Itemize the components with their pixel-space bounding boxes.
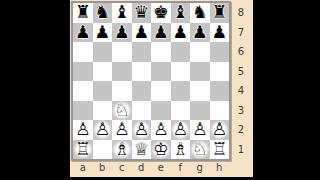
square-f8[interactable]: ♝ <box>171 3 191 23</box>
black-king-icon: ♚ <box>151 3 171 23</box>
square-g8[interactable]: ♞ <box>190 3 210 23</box>
white-knight-icon: ♘ <box>112 101 132 121</box>
file-label-g: g <box>190 160 210 175</box>
file-label-c: c <box>112 160 132 175</box>
square-d6[interactable] <box>132 42 152 62</box>
black-rook-icon: ♜ <box>73 3 93 23</box>
white-pawn-icon: ♙ <box>171 120 191 140</box>
square-g3[interactable] <box>190 101 210 121</box>
square-g2[interactable]: ♙ <box>190 120 210 140</box>
square-b1[interactable] <box>93 140 113 160</box>
black-pawn-icon: ♟ <box>171 23 191 43</box>
square-f5[interactable] <box>171 62 191 82</box>
square-d2[interactable]: ♙ <box>132 120 152 140</box>
white-pawn-icon: ♙ <box>132 120 152 140</box>
square-f7[interactable]: ♟ <box>171 23 191 43</box>
rank-label-2: 2 <box>233 120 249 140</box>
black-bishop-icon: ♝ <box>112 3 132 23</box>
square-d4[interactable] <box>132 81 152 101</box>
black-pawn-icon: ♟ <box>93 23 113 43</box>
square-f6[interactable] <box>171 42 191 62</box>
square-a6[interactable] <box>73 42 93 62</box>
white-rook-icon: ♖ <box>210 140 230 160</box>
rank-label-1: 1 <box>233 140 249 160</box>
square-a8[interactable]: ♜ <box>73 3 93 23</box>
square-b6[interactable] <box>93 42 113 62</box>
black-knight-icon: ♞ <box>190 3 210 23</box>
black-pawn-icon: ♟ <box>210 23 230 43</box>
square-a7[interactable]: ♟ <box>73 23 93 43</box>
square-b3[interactable] <box>93 101 113 121</box>
square-e7[interactable]: ♟ <box>151 23 171 43</box>
square-g6[interactable] <box>190 42 210 62</box>
square-c5[interactable] <box>112 62 132 82</box>
square-b2[interactable]: ♙ <box>93 120 113 140</box>
white-pawn-icon: ♙ <box>112 120 132 140</box>
square-e6[interactable] <box>151 42 171 62</box>
square-a4[interactable] <box>73 81 93 101</box>
square-h6[interactable] <box>210 42 230 62</box>
square-f3[interactable] <box>171 101 191 121</box>
file-label-d: d <box>132 160 152 175</box>
black-pawn-icon: ♟ <box>190 23 210 43</box>
square-b7[interactable]: ♟ <box>93 23 113 43</box>
square-h1[interactable]: ♖ <box>210 140 230 160</box>
square-f2[interactable]: ♙ <box>171 120 191 140</box>
square-h2[interactable]: ♙ <box>210 120 230 140</box>
square-c4[interactable] <box>112 81 132 101</box>
square-g7[interactable]: ♟ <box>190 23 210 43</box>
square-g1[interactable]: ♘ <box>190 140 210 160</box>
square-h4[interactable] <box>210 81 230 101</box>
white-queen-icon: ♕ <box>132 140 152 160</box>
white-pawn-icon: ♙ <box>190 120 210 140</box>
square-b4[interactable] <box>93 81 113 101</box>
square-a3[interactable] <box>73 101 93 121</box>
rank-label-7: 7 <box>233 23 249 43</box>
white-bishop-icon: ♗ <box>112 140 132 160</box>
white-rook-icon: ♖ <box>73 140 93 160</box>
file-labels: abcdefgh <box>73 160 229 175</box>
rank-label-4: 4 <box>233 81 249 101</box>
black-pawn-icon: ♟ <box>132 23 152 43</box>
square-e5[interactable] <box>151 62 171 82</box>
white-knight-icon: ♘ <box>190 140 210 160</box>
black-queen-icon: ♛ <box>132 3 152 23</box>
square-d8[interactable]: ♛ <box>132 3 152 23</box>
video-frame: ♜♞♝♛♚♝♞♜♟♟♟♟♟♟♟♟♘♙♙♙♙♙♙♙♙♖♗♕♔♗♘♖ abcdefg… <box>0 0 320 180</box>
white-pawn-icon: ♙ <box>151 120 171 140</box>
square-a5[interactable] <box>73 62 93 82</box>
square-e3[interactable] <box>151 101 171 121</box>
board-frame: ♜♞♝♛♚♝♞♜♟♟♟♟♟♟♟♟♘♙♙♙♙♙♙♙♙♖♗♕♔♗♘♖ <box>71 1 231 161</box>
white-pawn-icon: ♙ <box>73 120 93 140</box>
chess-board: ♜♞♝♛♚♝♞♜♟♟♟♟♟♟♟♟♘♙♙♙♙♙♙♙♙♖♗♕♔♗♘♖ <box>73 3 229 159</box>
square-c2[interactable]: ♙ <box>112 120 132 140</box>
square-h3[interactable] <box>210 101 230 121</box>
square-b8[interactable]: ♞ <box>93 3 113 23</box>
square-h7[interactable]: ♟ <box>210 23 230 43</box>
rank-label-3: 3 <box>233 101 249 121</box>
square-c7[interactable]: ♟ <box>112 23 132 43</box>
black-pawn-icon: ♟ <box>112 23 132 43</box>
white-pawn-icon: ♙ <box>93 120 113 140</box>
white-king-icon: ♔ <box>151 140 171 160</box>
square-d7[interactable]: ♟ <box>132 23 152 43</box>
rank-label-5: 5 <box>233 62 249 82</box>
square-c6[interactable] <box>112 42 132 62</box>
square-e8[interactable]: ♚ <box>151 3 171 23</box>
square-e1[interactable]: ♔ <box>151 140 171 160</box>
white-pawn-icon: ♙ <box>210 120 230 140</box>
square-h5[interactable] <box>210 62 230 82</box>
black-rook-icon: ♜ <box>210 3 230 23</box>
square-f4[interactable] <box>171 81 191 101</box>
file-label-f: f <box>171 160 191 175</box>
square-h8[interactable]: ♜ <box>210 3 230 23</box>
black-knight-icon: ♞ <box>93 3 113 23</box>
square-e4[interactable] <box>151 81 171 101</box>
rank-labels: 87654321 <box>233 3 249 159</box>
square-c8[interactable]: ♝ <box>112 3 132 23</box>
file-label-h: h <box>210 160 230 175</box>
black-bishop-icon: ♝ <box>171 3 191 23</box>
square-e2[interactable]: ♙ <box>151 120 171 140</box>
square-g4[interactable] <box>190 81 210 101</box>
white-bishop-icon: ♗ <box>171 140 191 160</box>
rank-label-6: 6 <box>233 42 249 62</box>
file-label-e: e <box>151 160 171 175</box>
square-b5[interactable] <box>93 62 113 82</box>
square-c1[interactable]: ♗ <box>112 140 132 160</box>
square-a2[interactable]: ♙ <box>73 120 93 140</box>
rank-label-8: 8 <box>233 3 249 23</box>
square-d3[interactable] <box>132 101 152 121</box>
square-d5[interactable] <box>132 62 152 82</box>
square-f1[interactable]: ♗ <box>171 140 191 160</box>
square-c3[interactable]: ♘ <box>112 101 132 121</box>
square-a1[interactable]: ♖ <box>73 140 93 160</box>
black-pawn-icon: ♟ <box>73 23 93 43</box>
file-label-a: a <box>73 160 93 175</box>
square-g5[interactable] <box>190 62 210 82</box>
black-pawn-icon: ♟ <box>151 23 171 43</box>
file-label-b: b <box>93 160 113 175</box>
square-d1[interactable]: ♕ <box>132 140 152 160</box>
